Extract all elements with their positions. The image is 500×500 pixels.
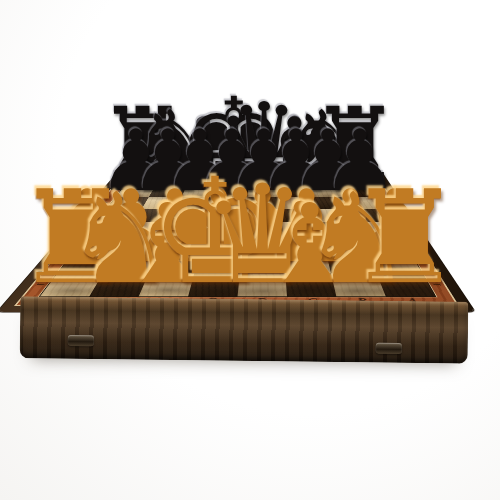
square-f8: [186, 177, 220, 186]
square-a5: [351, 209, 393, 222]
square-d1: [238, 273, 287, 296]
square-b8: [308, 177, 341, 186]
square-c7: [280, 187, 314, 197]
latch-clasp-right: [376, 343, 402, 354]
square-g4: [125, 222, 171, 237]
square-g5: [134, 209, 177, 222]
square-f6: [177, 197, 215, 209]
board-outer-rim: [0, 172, 475, 312]
square-d6: [246, 197, 281, 209]
square-c4: [282, 222, 322, 237]
square-d4: [243, 222, 282, 237]
rank-label-left-4: 4: [80, 228, 90, 230]
square-f1: [139, 273, 194, 296]
square-b6: [313, 197, 351, 209]
square-d3: [242, 237, 284, 254]
rank-label-left-6: 6: [101, 202, 110, 203]
square-g6: [142, 197, 182, 209]
square-c2: [284, 254, 331, 274]
square-e5: [208, 209, 246, 222]
square-e4: [204, 222, 245, 237]
square-e3: [199, 237, 243, 254]
rank-label-right-4: 4: [399, 228, 409, 230]
rank-label-left-7: 7: [110, 191, 118, 192]
square-e8: [217, 177, 249, 186]
chess-board: HHGGFFEEDDCCBBAA1122334455667788: [0, 172, 475, 312]
file-label-far-d: D: [262, 175, 267, 177]
square-b3: [322, 237, 368, 254]
latch-clasp-left: [68, 335, 94, 346]
file-label-far-g: G: [173, 175, 178, 177]
rank-label-right-1: 1: [430, 283, 443, 286]
file-label-far-f: F: [203, 175, 208, 177]
square-a6: [346, 197, 385, 209]
square-e7: [214, 187, 248, 197]
rank-label-right-8: 8: [372, 181, 380, 182]
rank-label-right-5: 5: [391, 214, 400, 216]
square-a8: [338, 177, 373, 186]
square-c8: [279, 177, 311, 186]
chess-set-photo: HHGGFFEEDDCCBBAA1122334455667788 ♜♞♝♚♛♝♞…: [0, 0, 500, 500]
square-a2: [369, 254, 422, 274]
square-e1: [188, 273, 240, 296]
square-d8: [248, 177, 279, 186]
square-a1: [377, 273, 436, 296]
square-b7: [311, 187, 346, 197]
rank-label-left-8: 8: [118, 181, 126, 182]
square-g8: [155, 177, 190, 186]
square-c6: [280, 197, 316, 209]
square-a7: [342, 187, 379, 197]
square-c3: [283, 237, 326, 254]
rank-label-right-2: 2: [418, 262, 429, 264]
rank-label-right-3: 3: [408, 244, 419, 246]
square-d2: [240, 254, 286, 274]
square-f5: [171, 209, 211, 222]
square-e6: [211, 197, 247, 209]
square-f4: [164, 222, 207, 237]
square-d7: [247, 187, 280, 197]
box-front-side: [20, 296, 469, 363]
coordinate-border: [14, 174, 459, 306]
square-g7: [149, 187, 186, 197]
file-label-far-a: A: [350, 175, 355, 177]
rank-label-right-7: 7: [377, 191, 385, 192]
square-c1: [285, 273, 336, 296]
square-b5: [316, 209, 356, 222]
square-d5: [245, 209, 282, 222]
square-f3: [157, 237, 204, 254]
squares-frame: [37, 177, 437, 297]
rank-label-right-6: 6: [384, 202, 393, 203]
board-grid: [40, 177, 435, 296]
square-a4: [356, 222, 401, 237]
rank-label-left-2: 2: [52, 262, 64, 264]
square-e2: [194, 254, 242, 274]
square-c5: [281, 209, 319, 222]
file-label-far-e: E: [233, 175, 237, 177]
square-f7: [182, 187, 218, 197]
file-label-far-b: B: [320, 175, 325, 177]
rank-label-left-5: 5: [91, 214, 100, 216]
rank-label-left-1: 1: [34, 283, 47, 286]
square-a3: [362, 237, 411, 254]
square-f2: [149, 254, 200, 274]
rank-label-left-3: 3: [67, 244, 78, 246]
file-label-far-c: C: [291, 175, 295, 177]
square-b4: [319, 222, 362, 237]
